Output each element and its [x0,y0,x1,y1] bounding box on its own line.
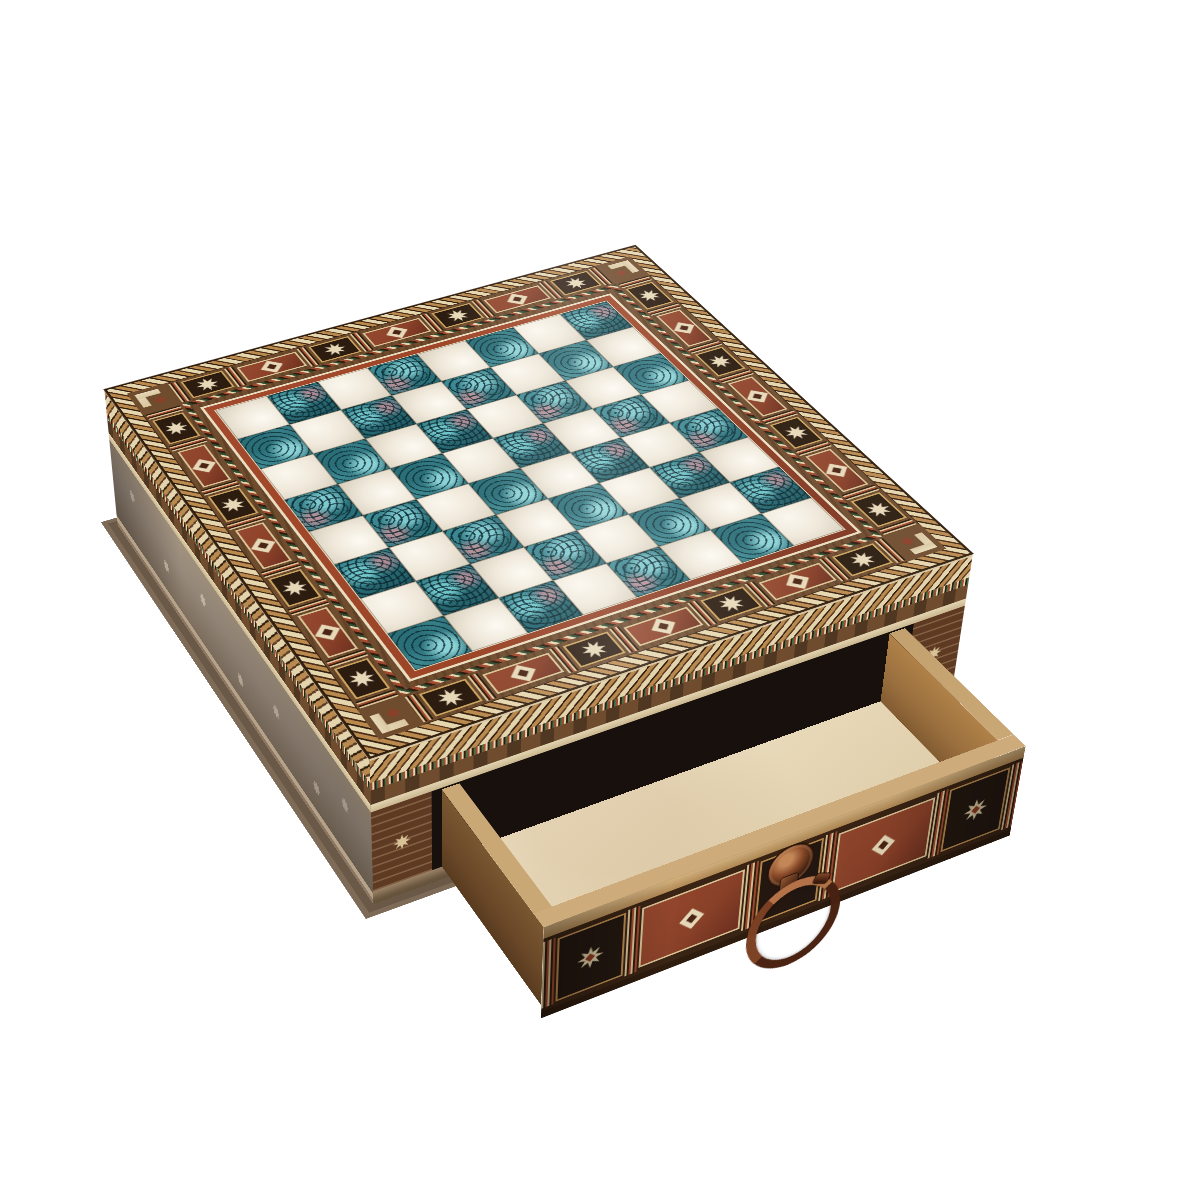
pearl-floret-icon [313,776,321,799]
eight-point-star-icon [192,376,222,393]
eight-point-star-icon [577,942,604,973]
eight-point-star-icon [561,275,591,290]
pearl-floret-icon [237,669,244,691]
eight-point-star-icon [344,667,380,690]
eight-point-star-icon [443,308,473,324]
product-photo-scene [0,0,1200,1200]
pearl-floret-icon [200,589,207,610]
motif-sep-stripes [541,938,555,1009]
eight-point-star-icon [576,638,612,661]
eight-point-star-icon [714,593,750,615]
pearl-floret-icon [163,556,170,577]
eight-point-star-icon [433,686,469,710]
eight-point-star-icon [704,353,735,370]
eight-point-star-icon [862,500,896,520]
pearl-floret-icon [273,701,281,724]
eight-point-star-icon [217,495,249,515]
eight-point-star-icon [845,549,880,570]
eight-point-star-icon [780,424,813,442]
eight-point-star-icon [635,288,665,304]
eight-point-star-icon [161,419,192,437]
pearl-floret-icon [129,486,136,506]
eight-point-star-icon [962,795,989,825]
eight-point-star-icon [320,341,350,358]
pearl-floret-icon [341,793,349,817]
eight-point-star-icon [278,577,312,598]
perspective-stage [0,0,1200,1200]
